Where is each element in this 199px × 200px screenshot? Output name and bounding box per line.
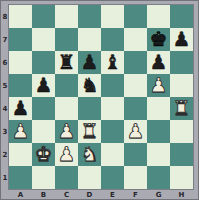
square-g2[interactable]: [147, 143, 170, 166]
square-a8[interactable]: [9, 5, 32, 28]
square-d8[interactable]: [78, 5, 101, 28]
square-b2[interactable]: ♚: [32, 143, 55, 166]
square-a3[interactable]: ♟: [9, 120, 32, 143]
square-g7[interactable]: ♚: [147, 28, 170, 51]
file-label-c: C: [55, 189, 78, 200]
square-e1[interactable]: [101, 166, 124, 189]
file-label-b: B: [32, 189, 55, 200]
square-f5[interactable]: [124, 74, 147, 97]
piece-white-pawn: ♟: [58, 121, 76, 141]
piece-white-pawn: ♟: [150, 75, 168, 95]
piece-black-pawn: ♟: [81, 52, 99, 72]
file-labels: ABCDEFGH: [9, 189, 193, 200]
square-b7[interactable]: [32, 28, 55, 51]
piece-white-knight: ♞: [81, 144, 99, 164]
square-h8[interactable]: [170, 5, 193, 28]
file-label-e: E: [101, 189, 124, 200]
square-f2[interactable]: [124, 143, 147, 166]
rank-label-4: 4: [1, 97, 9, 120]
square-h6[interactable]: [170, 51, 193, 74]
square-e5[interactable]: [101, 74, 124, 97]
square-e2[interactable]: [101, 143, 124, 166]
square-c1[interactable]: [55, 166, 78, 189]
square-b5[interactable]: ♟: [32, 74, 55, 97]
square-d6[interactable]: ♟: [78, 51, 101, 74]
square-g5[interactable]: ♟: [147, 74, 170, 97]
piece-white-pawn: ♟: [58, 144, 76, 164]
piece-black-bishop: ♝: [104, 52, 122, 72]
square-g1[interactable]: [147, 166, 170, 189]
square-h4[interactable]: ♜: [170, 97, 193, 120]
square-c2[interactable]: ♟: [55, 143, 78, 166]
square-a1[interactable]: [9, 166, 32, 189]
rank-label-5: 5: [1, 74, 9, 97]
square-c3[interactable]: ♟: [55, 120, 78, 143]
square-d2[interactable]: ♞: [78, 143, 101, 166]
square-h5[interactable]: [170, 74, 193, 97]
square-h7[interactable]: ♟: [170, 28, 193, 51]
square-h2[interactable]: [170, 143, 193, 166]
square-h1[interactable]: [170, 166, 193, 189]
square-c7[interactable]: [55, 28, 78, 51]
square-a2[interactable]: [9, 143, 32, 166]
piece-white-pawn: ♟: [12, 121, 30, 141]
square-b4[interactable]: [32, 97, 55, 120]
square-e7[interactable]: [101, 28, 124, 51]
square-c4[interactable]: [55, 97, 78, 120]
square-a7[interactable]: [9, 28, 32, 51]
rank-labels: 87654321: [1, 5, 9, 189]
square-f1[interactable]: [124, 166, 147, 189]
file-label-g: G: [147, 189, 170, 200]
file-label-f: F: [124, 189, 147, 200]
square-a4[interactable]: ♟: [9, 97, 32, 120]
piece-black-rook: ♜: [58, 52, 76, 72]
square-g8[interactable]: [147, 5, 170, 28]
piece-black-king: ♚: [150, 29, 168, 49]
piece-black-pawn: ♟: [12, 98, 30, 118]
square-d7[interactable]: [78, 28, 101, 51]
rank-label-8: 8: [1, 5, 9, 28]
square-b6[interactable]: [32, 51, 55, 74]
piece-white-rook: ♜: [173, 98, 191, 118]
square-b3[interactable]: [32, 120, 55, 143]
square-b8[interactable]: [32, 5, 55, 28]
square-c8[interactable]: [55, 5, 78, 28]
piece-white-pawn: ♟: [127, 121, 145, 141]
piece-black-knight: ♞: [81, 75, 99, 95]
square-g3[interactable]: [147, 120, 170, 143]
square-f6[interactable]: [124, 51, 147, 74]
square-a5[interactable]: [9, 74, 32, 97]
rank-label-7: 7: [1, 28, 9, 51]
piece-black-pawn: ♟: [35, 75, 53, 95]
chess-board: ♚♟♜♟♝♟♟♞♟♟♜♟♟♜♟♚♟♞: [9, 5, 193, 189]
square-d1[interactable]: [78, 166, 101, 189]
square-d3[interactable]: ♜: [78, 120, 101, 143]
square-a6[interactable]: [9, 51, 32, 74]
square-e8[interactable]: [101, 5, 124, 28]
square-g6[interactable]: ♟: [147, 51, 170, 74]
square-f7[interactable]: [124, 28, 147, 51]
square-e6[interactable]: ♝: [101, 51, 124, 74]
square-g4[interactable]: [147, 97, 170, 120]
square-h3[interactable]: [170, 120, 193, 143]
rank-label-2: 2: [1, 143, 9, 166]
square-c5[interactable]: [55, 74, 78, 97]
square-f8[interactable]: [124, 5, 147, 28]
rank-label-6: 6: [1, 51, 9, 74]
square-f4[interactable]: [124, 97, 147, 120]
file-label-d: D: [78, 189, 101, 200]
file-label-h: H: [170, 189, 193, 200]
piece-white-rook: ♜: [81, 121, 99, 141]
file-label-a: A: [9, 189, 32, 200]
rank-label-1: 1: [1, 166, 9, 189]
piece-black-pawn: ♟: [150, 52, 168, 72]
piece-white-king: ♚: [35, 144, 53, 164]
piece-black-pawn: ♟: [173, 29, 191, 49]
square-b1[interactable]: [32, 166, 55, 189]
square-f3[interactable]: ♟: [124, 120, 147, 143]
square-d5[interactable]: ♞: [78, 74, 101, 97]
chess-diagram: 87654321 ♚♟♜♟♝♟♟♞♟♟♜♟♟♜♟♚♟♞ ABCDEFGH: [0, 0, 199, 200]
square-e4[interactable]: [101, 97, 124, 120]
rank-label-3: 3: [1, 120, 9, 143]
square-d4[interactable]: [78, 97, 101, 120]
square-e3[interactable]: [101, 120, 124, 143]
square-c6[interactable]: ♜: [55, 51, 78, 74]
